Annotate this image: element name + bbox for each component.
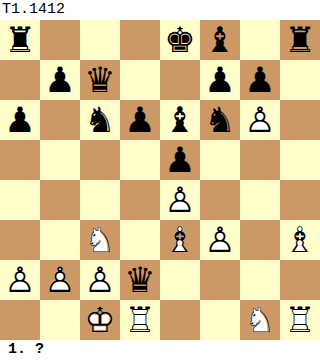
square-h5[interactable] — [280, 140, 320, 180]
piece-black-bishop: ♝ — [160, 100, 200, 140]
square-c7[interactable]: ♛ — [80, 60, 120, 100]
piece-black-king: ♚ — [160, 20, 200, 60]
square-c6[interactable]: ♞ — [80, 100, 120, 140]
piece-white-pawn-fill: ♟ — [40, 260, 80, 300]
square-f2[interactable] — [200, 260, 240, 300]
piece-white-knight-fill: ♞ — [240, 300, 280, 340]
piece-white-pawn-fill: ♟ — [80, 260, 120, 300]
square-c5[interactable] — [80, 140, 120, 180]
piece-black-pawn: ♟ — [40, 60, 80, 100]
square-g2[interactable] — [240, 260, 280, 300]
square-a8[interactable]: ♜ — [0, 20, 40, 60]
square-f8[interactable]: ♝ — [200, 20, 240, 60]
square-e5[interactable]: ♟ — [160, 140, 200, 180]
square-b8[interactable] — [40, 20, 80, 60]
square-c8[interactable] — [80, 20, 120, 60]
square-a7[interactable] — [0, 60, 40, 100]
piece-white-rook: ♖ — [120, 300, 160, 340]
square-d5[interactable] — [120, 140, 160, 180]
square-d6[interactable]: ♟ — [120, 100, 160, 140]
square-h2[interactable] — [280, 260, 320, 300]
piece-white-pawn-fill: ♟ — [0, 260, 40, 300]
piece-white-king: ♔ — [80, 300, 120, 340]
piece-white-pawn: ♙ — [40, 260, 80, 300]
piece-black-pawn: ♟ — [160, 140, 200, 180]
square-h6[interactable] — [280, 100, 320, 140]
piece-white-knight: ♘ — [80, 220, 120, 260]
piece-black-pawn: ♟ — [200, 60, 240, 100]
piece-white-rook-fill: ♜ — [120, 300, 160, 340]
square-c3[interactable]: ♞♘ — [80, 220, 120, 260]
square-f3[interactable]: ♟♙ — [200, 220, 240, 260]
piece-black-queen: ♛ — [120, 260, 160, 300]
square-e8[interactable]: ♚ — [160, 20, 200, 60]
piece-white-pawn: ♙ — [200, 220, 240, 260]
piece-white-bishop-fill: ♝ — [160, 220, 200, 260]
square-f5[interactable] — [200, 140, 240, 180]
piece-black-queen: ♛ — [80, 60, 120, 100]
piece-black-pawn: ♟ — [0, 100, 40, 140]
piece-white-pawn: ♙ — [160, 180, 200, 220]
piece-white-knight-fill: ♞ — [80, 220, 120, 260]
piece-white-pawn: ♙ — [240, 100, 280, 140]
square-f6[interactable]: ♞ — [200, 100, 240, 140]
piece-white-rook: ♖ — [280, 300, 320, 340]
piece-white-pawn-fill: ♟ — [200, 220, 240, 260]
square-b5[interactable] — [40, 140, 80, 180]
square-g3[interactable] — [240, 220, 280, 260]
square-b3[interactable] — [40, 220, 80, 260]
square-a3[interactable] — [0, 220, 40, 260]
chess-board: ♜♚♝♜♟♛♟♟♟♞♟♝♞♟♙♟♟♙♞♘♝♗♟♙♝♗♟♙♟♙♟♙♛♚♔♜♖♞♘♜… — [0, 20, 320, 340]
piece-black-pawn: ♟ — [240, 60, 280, 100]
piece-white-rook-fill: ♜ — [280, 300, 320, 340]
square-h4[interactable] — [280, 180, 320, 220]
piece-black-rook: ♜ — [280, 20, 320, 60]
square-g6[interactable]: ♟♙ — [240, 100, 280, 140]
piece-white-pawn-fill: ♟ — [240, 100, 280, 140]
square-f7[interactable]: ♟ — [200, 60, 240, 100]
square-b4[interactable] — [40, 180, 80, 220]
square-a4[interactable] — [0, 180, 40, 220]
square-e2[interactable] — [160, 260, 200, 300]
puzzle-title: T1.1412 — [2, 1, 65, 19]
square-h8[interactable]: ♜ — [280, 20, 320, 60]
square-e4[interactable]: ♟♙ — [160, 180, 200, 220]
square-d7[interactable] — [120, 60, 160, 100]
square-a6[interactable]: ♟ — [0, 100, 40, 140]
square-a5[interactable] — [0, 140, 40, 180]
square-b7[interactable]: ♟ — [40, 60, 80, 100]
piece-white-bishop: ♗ — [160, 220, 200, 260]
piece-black-knight: ♞ — [80, 100, 120, 140]
square-g4[interactable] — [240, 180, 280, 220]
square-g1[interactable]: ♞♘ — [240, 300, 280, 340]
square-g7[interactable]: ♟ — [240, 60, 280, 100]
piece-white-bishop-fill: ♝ — [280, 220, 320, 260]
square-e1[interactable] — [160, 300, 200, 340]
square-a1[interactable] — [0, 300, 40, 340]
square-e7[interactable] — [160, 60, 200, 100]
square-d8[interactable] — [120, 20, 160, 60]
square-c4[interactable] — [80, 180, 120, 220]
square-h1[interactable]: ♜♖ — [280, 300, 320, 340]
piece-white-pawn: ♙ — [80, 260, 120, 300]
square-d4[interactable] — [120, 180, 160, 220]
piece-black-knight: ♞ — [200, 100, 240, 140]
square-b2[interactable]: ♟♙ — [40, 260, 80, 300]
move-prompt: 1. ? — [8, 340, 44, 360]
piece-white-bishop: ♗ — [280, 220, 320, 260]
square-g8[interactable] — [240, 20, 280, 60]
square-b1[interactable] — [40, 300, 80, 340]
square-a2[interactable]: ♟♙ — [0, 260, 40, 300]
piece-black-pawn: ♟ — [120, 100, 160, 140]
piece-black-bishop: ♝ — [200, 20, 240, 60]
square-f1[interactable] — [200, 300, 240, 340]
piece-black-rook: ♜ — [0, 20, 40, 60]
square-d1[interactable]: ♜♖ — [120, 300, 160, 340]
square-e6[interactable]: ♝ — [160, 100, 200, 140]
square-c1[interactable]: ♚♔ — [80, 300, 120, 340]
square-e3[interactable]: ♝♗ — [160, 220, 200, 260]
piece-white-king-fill: ♚ — [80, 300, 120, 340]
square-h7[interactable] — [280, 60, 320, 100]
square-d2[interactable]: ♛ — [120, 260, 160, 300]
square-g5[interactable] — [240, 140, 280, 180]
square-f4[interactable] — [200, 180, 240, 220]
square-h3[interactable]: ♝♗ — [280, 220, 320, 260]
piece-white-pawn-fill: ♟ — [160, 180, 200, 220]
square-d3[interactable] — [120, 220, 160, 260]
piece-white-pawn: ♙ — [0, 260, 40, 300]
piece-white-knight: ♘ — [240, 300, 280, 340]
square-c2[interactable]: ♟♙ — [80, 260, 120, 300]
square-b6[interactable] — [40, 100, 80, 140]
